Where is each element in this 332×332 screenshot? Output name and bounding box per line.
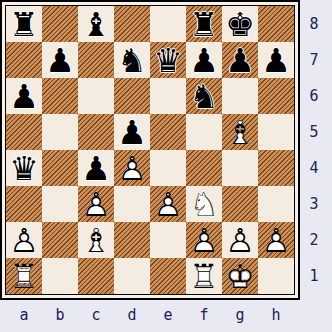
square-c5[interactable] xyxy=(78,114,114,150)
square-c8[interactable]: ♝ xyxy=(78,6,114,42)
piece-white-pawn-c3[interactable]: ♟♙ xyxy=(78,186,114,222)
square-h4[interactable] xyxy=(258,150,294,186)
white-piece-outline: ♙ xyxy=(114,150,150,186)
file-label-a: a xyxy=(6,302,42,328)
file-label-h: h xyxy=(258,302,294,328)
square-b8[interactable] xyxy=(42,6,78,42)
file-label-e: e xyxy=(150,302,186,328)
white-piece-outline: ♖ xyxy=(6,258,42,294)
piece-white-pawn-e3[interactable]: ♟♙ xyxy=(150,186,186,222)
square-e2[interactable] xyxy=(150,222,186,258)
file-label-c: c xyxy=(78,302,114,328)
chess-diagram: ♜♝♜♚♟♞♛♟♟♟♟♞♟♝♗♛♟♟♙♟♙♟♙♞♘♟♙♝♗♟♙♟♙♟♙♜♖♜♖♚… xyxy=(0,0,332,332)
piece-black-rook-f8[interactable]: ♜ xyxy=(186,6,222,42)
square-f1[interactable]: ♜♖ xyxy=(186,258,222,294)
square-g8[interactable]: ♚ xyxy=(222,6,258,42)
board-frame: ♜♝♜♚♟♞♛♟♟♟♟♞♟♝♗♛♟♟♙♟♙♟♙♞♘♟♙♝♗♟♙♟♙♟♙♜♖♜♖♚… xyxy=(0,0,300,300)
white-piece-outline: ♙ xyxy=(150,186,186,222)
square-f2[interactable]: ♟♙ xyxy=(186,222,222,258)
piece-black-pawn-g7[interactable]: ♟ xyxy=(222,42,258,78)
piece-black-bishop-c8[interactable]: ♝ xyxy=(78,6,114,42)
piece-black-pawn-b7[interactable]: ♟ xyxy=(42,42,78,78)
square-e4[interactable] xyxy=(150,150,186,186)
rank-label-8: 8 xyxy=(301,6,327,42)
white-piece-outline: ♖ xyxy=(186,258,222,294)
square-h6[interactable] xyxy=(258,78,294,114)
square-a4[interactable]: ♛ xyxy=(6,150,42,186)
square-h2[interactable]: ♟♙ xyxy=(258,222,294,258)
piece-white-bishop-c2[interactable]: ♝♗ xyxy=(78,222,114,258)
square-b1[interactable] xyxy=(42,258,78,294)
square-c7[interactable] xyxy=(78,42,114,78)
square-d8[interactable] xyxy=(114,6,150,42)
square-d7[interactable]: ♞ xyxy=(114,42,150,78)
square-a1[interactable]: ♜♖ xyxy=(6,258,42,294)
square-b5[interactable] xyxy=(42,114,78,150)
square-g4[interactable] xyxy=(222,150,258,186)
square-a6[interactable]: ♟ xyxy=(6,78,42,114)
file-label-b: b xyxy=(42,302,78,328)
piece-black-knight-f6[interactable]: ♞ xyxy=(186,78,222,114)
square-e7[interactable]: ♛ xyxy=(150,42,186,78)
piece-black-knight-d7[interactable]: ♞ xyxy=(114,42,150,78)
square-b4[interactable] xyxy=(42,150,78,186)
square-f6[interactable]: ♞ xyxy=(186,78,222,114)
rank-label-6: 6 xyxy=(301,78,327,114)
square-c6[interactable] xyxy=(78,78,114,114)
rank-label-4: 4 xyxy=(301,150,327,186)
rank-label-5: 5 xyxy=(301,114,327,150)
square-e1[interactable] xyxy=(150,258,186,294)
piece-white-king-g1[interactable]: ♚♔ xyxy=(222,258,258,294)
rank-label-3: 3 xyxy=(301,186,327,222)
square-h3[interactable] xyxy=(258,186,294,222)
piece-white-pawn-g2[interactable]: ♟♙ xyxy=(222,222,258,258)
square-g6[interactable] xyxy=(222,78,258,114)
piece-black-pawn-h7[interactable]: ♟ xyxy=(258,42,294,78)
white-piece-outline: ♙ xyxy=(6,222,42,258)
square-a2[interactable]: ♟♙ xyxy=(6,222,42,258)
square-b2[interactable] xyxy=(42,222,78,258)
white-piece-outline: ♙ xyxy=(78,186,114,222)
piece-black-king-g8[interactable]: ♚ xyxy=(222,6,258,42)
square-f5[interactable] xyxy=(186,114,222,150)
piece-white-pawn-d4[interactable]: ♟♙ xyxy=(114,150,150,186)
piece-white-bishop-g5[interactable]: ♝♗ xyxy=(222,114,258,150)
white-piece-outline: ♙ xyxy=(186,222,222,258)
white-piece-outline: ♙ xyxy=(222,222,258,258)
square-a3[interactable] xyxy=(6,186,42,222)
square-a5[interactable] xyxy=(6,114,42,150)
square-c4[interactable]: ♟ xyxy=(78,150,114,186)
square-b7[interactable]: ♟ xyxy=(42,42,78,78)
square-d6[interactable] xyxy=(114,78,150,114)
white-piece-outline: ♘ xyxy=(186,186,222,222)
square-f7[interactable]: ♟ xyxy=(186,42,222,78)
square-c1[interactable] xyxy=(78,258,114,294)
square-g3[interactable] xyxy=(222,186,258,222)
piece-black-pawn-f7[interactable]: ♟ xyxy=(186,42,222,78)
rank-label-7: 7 xyxy=(301,42,327,78)
square-f4[interactable] xyxy=(186,150,222,186)
square-g7[interactable]: ♟ xyxy=(222,42,258,78)
white-piece-outline: ♗ xyxy=(78,222,114,258)
piece-white-knight-f3[interactable]: ♞♘ xyxy=(186,186,222,222)
white-piece-outline: ♗ xyxy=(222,114,258,150)
white-piece-outline: ♙ xyxy=(258,222,294,258)
piece-black-pawn-d5[interactable]: ♟ xyxy=(114,114,150,150)
square-f8[interactable]: ♜ xyxy=(186,6,222,42)
piece-black-queen-e7[interactable]: ♛ xyxy=(150,42,186,78)
piece-white-pawn-h2[interactable]: ♟♙ xyxy=(258,222,294,258)
square-d3[interactable] xyxy=(114,186,150,222)
file-label-d: d xyxy=(114,302,150,328)
square-h7[interactable]: ♟ xyxy=(258,42,294,78)
square-f3[interactable]: ♞♘ xyxy=(186,186,222,222)
square-a8[interactable]: ♜ xyxy=(6,6,42,42)
square-g5[interactable]: ♝♗ xyxy=(222,114,258,150)
square-h8[interactable] xyxy=(258,6,294,42)
chess-board: ♜♝♜♚♟♞♛♟♟♟♟♞♟♝♗♛♟♟♙♟♙♟♙♞♘♟♙♝♗♟♙♟♙♟♙♜♖♜♖♚… xyxy=(5,5,295,295)
rank-label-1: 1 xyxy=(301,258,327,294)
square-g2[interactable]: ♟♙ xyxy=(222,222,258,258)
file-label-g: g xyxy=(222,302,258,328)
square-g1[interactable]: ♚♔ xyxy=(222,258,258,294)
square-h1[interactable] xyxy=(258,258,294,294)
square-e5[interactable] xyxy=(150,114,186,150)
piece-white-pawn-a2[interactable]: ♟♙ xyxy=(6,222,42,258)
square-c2[interactable]: ♝♗ xyxy=(78,222,114,258)
piece-black-pawn-c4[interactable]: ♟ xyxy=(78,150,114,186)
rank-label-2: 2 xyxy=(301,222,327,258)
square-b6[interactable] xyxy=(42,78,78,114)
piece-white-pawn-f2[interactable]: ♟♙ xyxy=(186,222,222,258)
white-piece-outline: ♔ xyxy=(222,258,258,294)
piece-black-rook-a8[interactable]: ♜ xyxy=(6,6,42,42)
square-d2[interactable] xyxy=(114,222,150,258)
piece-white-rook-a1[interactable]: ♜♖ xyxy=(6,258,42,294)
square-e3[interactable]: ♟♙ xyxy=(150,186,186,222)
square-c3[interactable]: ♟♙ xyxy=(78,186,114,222)
piece-black-pawn-a6[interactable]: ♟ xyxy=(6,78,42,114)
square-d4[interactable]: ♟♙ xyxy=(114,150,150,186)
square-b3[interactable] xyxy=(42,186,78,222)
square-e6[interactable] xyxy=(150,78,186,114)
square-d5[interactable]: ♟ xyxy=(114,114,150,150)
piece-white-rook-f1[interactable]: ♜♖ xyxy=(186,258,222,294)
piece-black-queen-a4[interactable]: ♛ xyxy=(6,150,42,186)
square-e8[interactable] xyxy=(150,6,186,42)
file-label-f: f xyxy=(186,302,222,328)
square-a7[interactable] xyxy=(6,42,42,78)
square-d1[interactable] xyxy=(114,258,150,294)
square-h5[interactable] xyxy=(258,114,294,150)
